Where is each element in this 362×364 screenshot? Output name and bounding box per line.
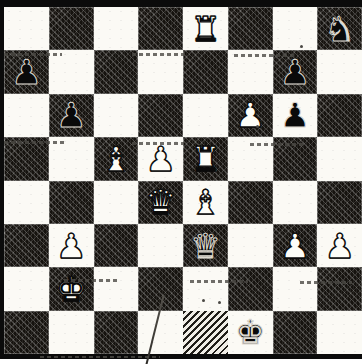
square-e4: ♝ <box>183 181 228 224</box>
white-rook-e8: ♜ <box>183 7 228 50</box>
chess-board: ♜♞♟♟♟♟♟♝♟♜♛♝♟♛♟♟♚♚ <box>4 7 362 354</box>
square-g4 <box>273 181 318 224</box>
square-c6 <box>94 94 139 137</box>
square-e1 <box>183 311 228 354</box>
black-pawn-g6: ♟ <box>273 94 318 137</box>
square-d5: ♟ <box>138 137 183 180</box>
square-c7 <box>94 50 139 93</box>
square-a8 <box>4 7 49 50</box>
square-g6: ♟ <box>273 94 318 137</box>
white-bishop-e4: ♝ <box>183 181 228 224</box>
square-b7 <box>49 50 94 93</box>
square-c8 <box>94 7 139 50</box>
square-d4: ♛ <box>138 181 183 224</box>
square-f5 <box>228 137 273 180</box>
white-pawn-d5: ♟ <box>138 137 183 180</box>
square-h8: ♞ <box>317 7 362 50</box>
square-c1 <box>94 311 139 354</box>
square-f4 <box>228 181 273 224</box>
chess-diagram: ♜♞♟♟♟♟♟♝♟♜♛♝♟♛♟♟♚♚ <box>0 0 362 359</box>
square-a6 <box>4 94 49 137</box>
square-c3 <box>94 224 139 267</box>
white-pawn-h3: ♟ <box>317 224 362 267</box>
square-b8 <box>49 7 94 50</box>
square-e8: ♜ <box>183 7 228 50</box>
white-pawn-g3: ♟ <box>273 224 318 267</box>
square-g7: ♟ <box>273 50 318 93</box>
white-bishop-c5: ♝ <box>94 137 139 180</box>
square-h1 <box>317 311 362 354</box>
square-h2 <box>317 267 362 310</box>
square-d6 <box>138 94 183 137</box>
black-pawn-b6: ♟ <box>49 94 94 137</box>
square-g2 <box>273 267 318 310</box>
square-d3 <box>138 224 183 267</box>
square-h5 <box>317 137 362 180</box>
square-f7 <box>228 50 273 93</box>
square-g8 <box>273 7 318 50</box>
square-b2: ♚ <box>49 267 94 310</box>
square-d2 <box>138 267 183 310</box>
square-e2 <box>183 267 228 310</box>
square-h3: ♟ <box>317 224 362 267</box>
square-f2 <box>228 267 273 310</box>
square-c5: ♝ <box>94 137 139 180</box>
white-pawn-b3: ♟ <box>49 224 94 267</box>
square-a4 <box>4 181 49 224</box>
square-a1 <box>4 311 49 354</box>
white-king-b2: ♚ <box>49 267 94 310</box>
black-pawn-a7: ♟ <box>4 50 49 93</box>
square-b6: ♟ <box>49 94 94 137</box>
square-h6 <box>317 94 362 137</box>
square-a7: ♟ <box>4 50 49 93</box>
square-d1 <box>138 311 183 354</box>
square-c2 <box>94 267 139 310</box>
white-queen-d4: ♛ <box>138 181 183 224</box>
square-h7 <box>317 50 362 93</box>
square-g3: ♟ <box>273 224 318 267</box>
square-e5: ♜ <box>183 137 228 180</box>
square-g1 <box>273 311 318 354</box>
black-king-f1: ♚ <box>228 311 273 354</box>
square-b5 <box>49 137 94 180</box>
square-e6 <box>183 94 228 137</box>
black-queen-e3: ♛ <box>183 224 228 267</box>
black-pawn-g7: ♟ <box>273 50 318 93</box>
square-f3 <box>228 224 273 267</box>
square-g5 <box>273 137 318 180</box>
square-f8 <box>228 7 273 50</box>
square-d7 <box>138 50 183 93</box>
square-b4 <box>49 181 94 224</box>
square-a2 <box>4 267 49 310</box>
square-h4 <box>317 181 362 224</box>
white-rook-e5: ♜ <box>183 137 228 180</box>
square-d8 <box>138 7 183 50</box>
square-a5 <box>4 137 49 180</box>
square-f6: ♟ <box>228 94 273 137</box>
white-pawn-f6: ♟ <box>228 94 273 137</box>
square-f1: ♚ <box>228 311 273 354</box>
square-e3: ♛ <box>183 224 228 267</box>
square-b3: ♟ <box>49 224 94 267</box>
black-knight-h8: ♞ <box>317 7 362 50</box>
square-b1 <box>49 311 94 354</box>
square-e7 <box>183 50 228 93</box>
square-c4 <box>94 181 139 224</box>
square-a3 <box>4 224 49 267</box>
